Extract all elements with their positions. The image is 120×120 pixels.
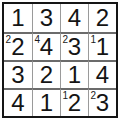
cell-value: 3 — [96, 91, 109, 115]
cell-value: 3 — [11, 63, 24, 87]
cell-r3c4[interactable]: 4 — [88, 60, 116, 88]
sudoku-board: 1342224423113214411223 — [2, 2, 118, 118]
cell-value: 4 — [68, 6, 81, 30]
cell-r2c3[interactable]: 23 — [60, 32, 88, 60]
cell-value: 2 — [96, 6, 109, 30]
cell-r3c2[interactable]: 2 — [32, 60, 60, 88]
cell-r1c3[interactable]: 4 — [60, 4, 88, 32]
cell-value: 2 — [11, 35, 24, 59]
cell-value: 4 — [40, 35, 53, 59]
pencil-mark: 1 — [91, 35, 97, 45]
cell-value: 2 — [68, 91, 81, 115]
cell-value: 3 — [68, 35, 81, 59]
cell-r3c3[interactable]: 1 — [60, 60, 88, 88]
cell-r2c2[interactable]: 44 — [32, 32, 60, 60]
cell-r4c3[interactable]: 12 — [60, 88, 88, 116]
cell-value: 1 — [68, 63, 81, 87]
cell-value: 1 — [40, 91, 53, 115]
cell-r2c1[interactable]: 22 — [4, 32, 32, 60]
cell-r2c4[interactable]: 11 — [88, 32, 116, 60]
cell-r1c4[interactable]: 2 — [88, 4, 116, 32]
pencil-mark: 2 — [6, 35, 12, 45]
cell-value: 4 — [96, 63, 109, 87]
pencil-mark: 4 — [35, 35, 41, 45]
cell-value: 3 — [40, 6, 53, 30]
cell-value: 1 — [11, 6, 24, 30]
cell-value: 4 — [11, 91, 24, 115]
cell-r1c1[interactable]: 1 — [4, 4, 32, 32]
cell-r3c1[interactable]: 3 — [4, 60, 32, 88]
cell-r4c4[interactable]: 23 — [88, 88, 116, 116]
pencil-mark: 2 — [63, 35, 69, 45]
pencil-mark: 2 — [91, 91, 97, 101]
pencil-mark: 1 — [63, 91, 69, 101]
cell-r4c1[interactable]: 4 — [4, 88, 32, 116]
cell-value: 1 — [96, 35, 109, 59]
cell-r1c2[interactable]: 3 — [32, 4, 60, 32]
cell-r4c2[interactable]: 1 — [32, 88, 60, 116]
cell-value: 2 — [40, 63, 53, 87]
